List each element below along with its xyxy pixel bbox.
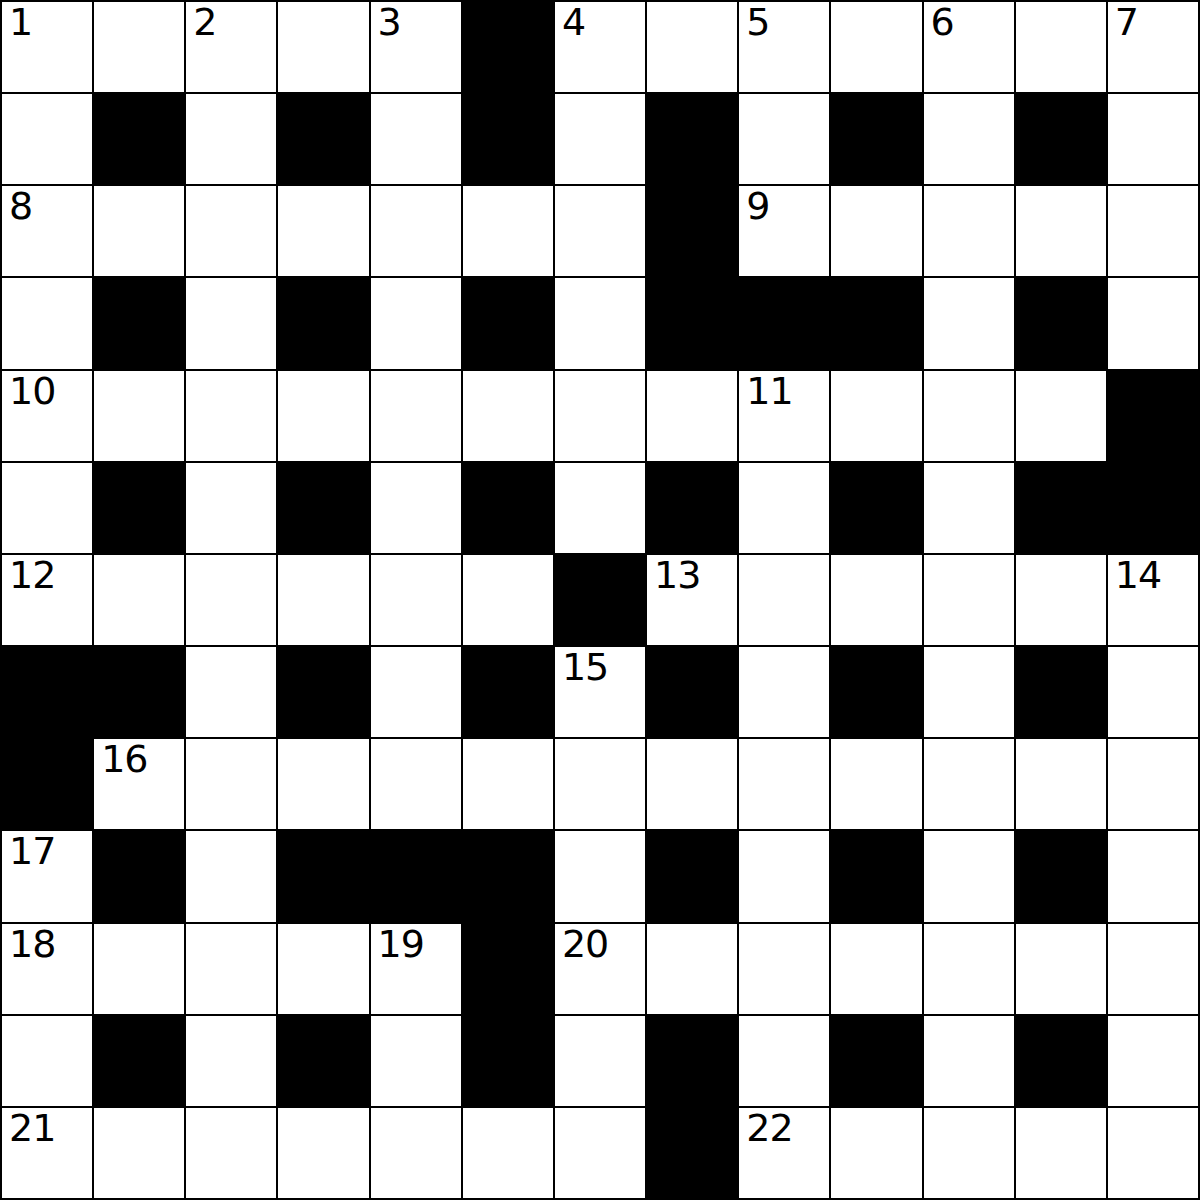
clue-number-5: 5 [746,3,769,41]
cell-r6c4[interactable] [371,555,461,645]
clue-number-13: 13 [654,556,700,594]
clue-number-15: 15 [562,648,608,686]
black-cell-r3c1 [94,278,184,368]
cell-r10c8[interactable] [739,924,829,1014]
cell-r3c0[interactable] [2,278,92,368]
clue-number-17: 17 [9,832,55,870]
black-cell-r5c3 [278,463,368,553]
cell-r6c8[interactable] [739,555,829,645]
black-cell-r2c7 [647,186,737,276]
cell-r12c9[interactable] [831,1108,921,1198]
cell-r0c7[interactable] [647,2,737,92]
clue-number-16: 16 [101,740,147,778]
cell-r0c9[interactable] [831,2,921,92]
black-cell-r9c9 [831,831,921,921]
cell-r12c3[interactable] [278,1108,368,1198]
cell-r4c6[interactable] [555,371,645,461]
cell-r1c4[interactable] [371,94,461,184]
black-cell-r7c7 [647,647,737,737]
black-cell-r1c5 [463,94,553,184]
clue-number-10: 10 [9,372,55,410]
black-cell-r3c3 [278,278,368,368]
cell-r7c2[interactable] [186,647,276,737]
cell-r10c1[interactable] [94,924,184,1014]
cell-r6c1[interactable] [94,555,184,645]
cell-r11c4[interactable] [371,1016,461,1106]
clue-number-8: 8 [9,187,32,225]
cell-r12c6[interactable] [555,1108,645,1198]
cell-r1c0[interactable] [2,94,92,184]
cell-r8c10[interactable] [924,739,1014,829]
cell-r10c2[interactable] [186,924,276,1014]
black-cell-r5c5 [463,463,553,553]
cell-r12c10[interactable] [924,1108,1014,1198]
black-cell-r1c7 [647,94,737,184]
cell-r0c4[interactable]: 3 [371,2,461,92]
cell-r6c2[interactable] [186,555,276,645]
cell-r11c6[interactable] [555,1016,645,1106]
cell-r6c10[interactable] [924,555,1014,645]
black-cell-r3c8 [739,278,829,368]
cell-r12c12[interactable] [1108,1108,1198,1198]
cell-r10c10[interactable] [924,924,1014,1014]
cell-r11c12[interactable] [1108,1016,1198,1106]
clue-number-12: 12 [9,556,55,594]
cell-r3c4[interactable] [371,278,461,368]
cell-r2c3[interactable] [278,186,368,276]
cell-r4c7[interactable] [647,371,737,461]
black-cell-r7c11 [1016,647,1106,737]
cell-r9c0[interactable]: 17 [2,831,92,921]
cell-r12c5[interactable] [463,1108,553,1198]
cell-r2c10[interactable] [924,186,1014,276]
cell-r9c8[interactable] [739,831,829,921]
cell-r0c12[interactable]: 7 [1108,2,1198,92]
black-cell-r9c5 [463,831,553,921]
clue-number-22: 22 [746,1109,792,1147]
cell-r7c12[interactable] [1108,647,1198,737]
clue-number-1: 1 [9,3,32,41]
cell-r0c6[interactable]: 4 [555,2,645,92]
cell-r2c9[interactable] [831,186,921,276]
cell-r4c4[interactable] [371,371,461,461]
cell-r4c0[interactable]: 10 [2,371,92,461]
black-cell-r11c5 [463,1016,553,1106]
cell-r7c6[interactable]: 15 [555,647,645,737]
cell-r1c2[interactable] [186,94,276,184]
cell-r8c3[interactable] [278,739,368,829]
cell-r10c12[interactable] [1108,924,1198,1014]
cell-r0c10[interactable]: 6 [924,2,1014,92]
clue-number-9: 9 [746,187,769,225]
black-cell-r5c11 [1016,463,1106,553]
cell-r8c8[interactable] [739,739,829,829]
cell-r4c10[interactable] [924,371,1014,461]
clue-number-6: 6 [931,3,954,41]
cell-r3c10[interactable] [924,278,1014,368]
cell-r2c0[interactable]: 8 [2,186,92,276]
cell-r8c7[interactable] [647,739,737,829]
cell-r2c4[interactable] [371,186,461,276]
cell-r0c0[interactable]: 1 [2,2,92,92]
cell-r6c12[interactable]: 14 [1108,555,1198,645]
cell-r6c9[interactable] [831,555,921,645]
cell-r6c7[interactable]: 13 [647,555,737,645]
cell-r4c11[interactable] [1016,371,1106,461]
cell-r5c10[interactable] [924,463,1014,553]
black-cell-r7c5 [463,647,553,737]
clue-number-7: 7 [1115,3,1138,41]
cell-r12c8[interactable]: 22 [739,1108,829,1198]
black-cell-r7c1 [94,647,184,737]
cell-r12c0[interactable]: 21 [2,1108,92,1198]
black-cell-r6c6 [555,555,645,645]
clue-number-4: 4 [562,3,585,41]
cell-r6c3[interactable] [278,555,368,645]
black-cell-r3c11 [1016,278,1106,368]
clue-number-19: 19 [378,925,424,963]
cell-r8c1[interactable]: 16 [94,739,184,829]
black-cell-r7c3 [278,647,368,737]
cell-r9c10[interactable] [924,831,1014,921]
cell-r0c3[interactable] [278,2,368,92]
cell-r5c2[interactable] [186,463,276,553]
cell-r2c8[interactable]: 9 [739,186,829,276]
cell-r11c8[interactable] [739,1016,829,1106]
clue-number-11: 11 [746,372,792,410]
black-cell-r11c1 [94,1016,184,1106]
black-cell-r1c1 [94,94,184,184]
cell-r8c6[interactable] [555,739,645,829]
cell-r1c12[interactable] [1108,94,1198,184]
cell-r8c9[interactable] [831,739,921,829]
clue-number-14: 14 [1115,556,1161,594]
black-cell-r5c1 [94,463,184,553]
black-cell-r1c3 [278,94,368,184]
black-cell-r9c1 [94,831,184,921]
black-cell-r5c7 [647,463,737,553]
cell-r3c2[interactable] [186,278,276,368]
clue-number-21: 21 [9,1109,55,1147]
cell-r10c3[interactable] [278,924,368,1014]
cell-r8c11[interactable] [1016,739,1106,829]
cell-r9c6[interactable] [555,831,645,921]
cell-r0c1[interactable] [94,2,184,92]
clue-number-20: 20 [562,925,608,963]
clue-number-2: 2 [193,3,216,41]
clue-number-3: 3 [378,3,401,41]
crossword-grid: 12345678910111213141516171819202122 [0,0,1200,1200]
black-cell-r7c0 [2,647,92,737]
cell-r5c0[interactable] [2,463,92,553]
cell-r2c6[interactable] [555,186,645,276]
cell-r5c8[interactable] [739,463,829,553]
cell-r1c8[interactable] [739,94,829,184]
cell-r12c1[interactable] [94,1108,184,1198]
cell-r8c2[interactable] [186,739,276,829]
cell-r5c6[interactable] [555,463,645,553]
black-cell-r9c4 [371,831,461,921]
cell-r5c4[interactable] [371,463,461,553]
cell-r10c9[interactable] [831,924,921,1014]
black-cell-r8c0 [2,739,92,829]
cell-r4c9[interactable] [831,371,921,461]
cell-r3c6[interactable] [555,278,645,368]
cell-r6c11[interactable] [1016,555,1106,645]
cell-r6c0[interactable]: 12 [2,555,92,645]
cell-r4c8[interactable]: 11 [739,371,829,461]
cell-r12c11[interactable] [1016,1108,1106,1198]
cell-r6c5[interactable] [463,555,553,645]
cell-r4c1[interactable] [94,371,184,461]
cell-r10c7[interactable] [647,924,737,1014]
cell-r2c2[interactable] [186,186,276,276]
black-cell-r4c12 [1108,371,1198,461]
cell-r1c6[interactable] [555,94,645,184]
cell-r12c4[interactable] [371,1108,461,1198]
black-cell-r11c3 [278,1016,368,1106]
cell-r1c10[interactable] [924,94,1014,184]
black-cell-r1c11 [1016,94,1106,184]
cell-r7c10[interactable] [924,647,1014,737]
black-cell-r5c9 [831,463,921,553]
cell-r11c2[interactable] [186,1016,276,1106]
cell-r2c12[interactable] [1108,186,1198,276]
cell-r4c5[interactable] [463,371,553,461]
cell-r2c11[interactable] [1016,186,1106,276]
cell-r8c4[interactable] [371,739,461,829]
cell-r9c2[interactable] [186,831,276,921]
cell-r0c11[interactable] [1016,2,1106,92]
black-cell-r3c7 [647,278,737,368]
black-cell-r9c11 [1016,831,1106,921]
black-cell-r3c5 [463,278,553,368]
black-cell-r1c9 [831,94,921,184]
black-cell-r9c3 [278,831,368,921]
cell-r12c2[interactable] [186,1108,276,1198]
black-cell-r11c11 [1016,1016,1106,1106]
black-cell-r7c9 [831,647,921,737]
black-cell-r12c7 [647,1108,737,1198]
cell-r0c2[interactable]: 2 [186,2,276,92]
cell-r10c4[interactable]: 19 [371,924,461,1014]
cell-r7c4[interactable] [371,647,461,737]
cell-r0c8[interactable]: 5 [739,2,829,92]
black-cell-r11c9 [831,1016,921,1106]
cell-r3c12[interactable] [1108,278,1198,368]
cell-r10c0[interactable]: 18 [2,924,92,1014]
cell-r9c12[interactable] [1108,831,1198,921]
cell-r4c3[interactable] [278,371,368,461]
black-cell-r9c7 [647,831,737,921]
cell-r10c11[interactable] [1016,924,1106,1014]
black-cell-r0c5 [463,2,553,92]
cell-r4c2[interactable] [186,371,276,461]
cell-r8c12[interactable] [1108,739,1198,829]
black-cell-r10c5 [463,924,553,1014]
cell-r2c1[interactable] [94,186,184,276]
cell-r10c6[interactable]: 20 [555,924,645,1014]
black-cell-r3c9 [831,278,921,368]
cell-r2c5[interactable] [463,186,553,276]
cell-r11c0[interactable] [2,1016,92,1106]
black-cell-r11c7 [647,1016,737,1106]
black-cell-r5c12 [1108,463,1198,553]
cell-r11c10[interactable] [924,1016,1014,1106]
cell-r8c5[interactable] [463,739,553,829]
cell-r7c8[interactable] [739,647,829,737]
clue-number-18: 18 [9,925,55,963]
